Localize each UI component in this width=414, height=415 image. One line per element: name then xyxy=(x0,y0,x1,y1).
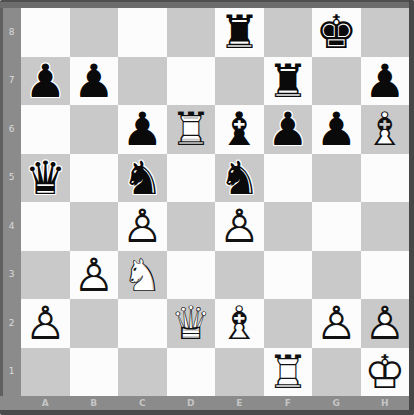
file-label-d: D xyxy=(167,396,216,410)
square-g6[interactable]: ♟ xyxy=(312,105,361,154)
square-f8[interactable] xyxy=(264,8,313,57)
square-g7[interactable] xyxy=(312,57,361,106)
square-d1[interactable] xyxy=(167,348,216,397)
piece-black-king: ♚ xyxy=(312,8,361,57)
square-g4[interactable] xyxy=(312,202,361,251)
file-label-h: H xyxy=(361,396,410,410)
piece-white-pawn: ♟♙ xyxy=(361,299,410,348)
piece-black-pawn: ♟ xyxy=(70,57,119,106)
square-b4[interactable] xyxy=(70,202,119,251)
square-h7[interactable]: ♟ xyxy=(361,57,410,106)
piece-white-rook: ♜♖ xyxy=(264,348,313,397)
file-labels-strip: ABCDEFGH xyxy=(0,396,409,410)
piece-white-pawn: ♟♙ xyxy=(215,202,264,251)
square-c1[interactable] xyxy=(118,348,167,397)
rank-label-3: 3 xyxy=(0,251,21,300)
square-d8[interactable] xyxy=(167,8,216,57)
rank-label-2: 2 xyxy=(0,299,21,348)
square-e3[interactable] xyxy=(215,251,264,300)
square-a4[interactable] xyxy=(21,202,70,251)
rank-label-4: 4 xyxy=(0,202,21,251)
rank-label-8: 8 xyxy=(0,8,21,57)
square-h1[interactable]: ♚♔ xyxy=(361,348,410,397)
square-h2[interactable]: ♟♙ xyxy=(361,299,410,348)
square-a5[interactable]: ♛ xyxy=(21,154,70,203)
square-e4[interactable]: ♟♙ xyxy=(215,202,264,251)
square-h3[interactable] xyxy=(361,251,410,300)
square-d7[interactable] xyxy=(167,57,216,106)
piece-black-pawn: ♟ xyxy=(361,57,410,106)
board-frame-bottom xyxy=(0,410,414,415)
square-b3[interactable]: ♟♙ xyxy=(70,251,119,300)
square-a8[interactable] xyxy=(21,8,70,57)
square-e5[interactable]: ♞ xyxy=(215,154,264,203)
file-label-b: B xyxy=(70,396,119,410)
square-f6[interactable]: ♟ xyxy=(264,105,313,154)
piece-black-pawn: ♟ xyxy=(118,105,167,154)
square-g3[interactable] xyxy=(312,251,361,300)
file-label-e: E xyxy=(215,396,264,410)
square-b8[interactable] xyxy=(70,8,119,57)
square-d6[interactable]: ♜♖ xyxy=(167,105,216,154)
file-label-a: A xyxy=(21,396,70,410)
board-frame-right xyxy=(409,0,414,415)
square-c3[interactable]: ♞♘ xyxy=(118,251,167,300)
square-e1[interactable] xyxy=(215,348,264,397)
rank-label-7: 7 xyxy=(0,57,21,106)
square-c2[interactable] xyxy=(118,299,167,348)
piece-white-pawn: ♟♙ xyxy=(70,251,119,300)
square-a2[interactable]: ♟♙ xyxy=(21,299,70,348)
chess-board-diagram: 87654321 ♜♚♟♟♜♟♟♜♖♝♟♟♝♗♛♞♞♟♙♟♙♟♙♞♘♟♙♛♕♝♗… xyxy=(0,0,414,415)
piece-white-rook: ♜♖ xyxy=(167,105,216,154)
square-f4[interactable] xyxy=(264,202,313,251)
board-frame-top xyxy=(0,0,414,8)
piece-white-pawn: ♟♙ xyxy=(21,299,70,348)
square-g5[interactable] xyxy=(312,154,361,203)
file-label-g: G xyxy=(312,396,361,410)
square-c5[interactable]: ♞ xyxy=(118,154,167,203)
piece-black-pawn: ♟ xyxy=(264,105,313,154)
rank-label-1: 1 xyxy=(0,348,21,397)
piece-white-bishop: ♝♗ xyxy=(215,299,264,348)
piece-black-pawn: ♟ xyxy=(21,57,70,106)
square-b1[interactable] xyxy=(70,348,119,397)
square-f5[interactable] xyxy=(264,154,313,203)
square-a7[interactable]: ♟ xyxy=(21,57,70,106)
square-a3[interactable] xyxy=(21,251,70,300)
chess-board: ♜♚♟♟♜♟♟♜♖♝♟♟♝♗♛♞♞♟♙♟♙♟♙♞♘♟♙♛♕♝♗♟♙♟♙♜♖♚♔ xyxy=(21,8,409,396)
piece-black-knight: ♞ xyxy=(215,154,264,203)
square-f7[interactable]: ♜ xyxy=(264,57,313,106)
piece-white-queen: ♛♕ xyxy=(167,299,216,348)
piece-black-queen: ♛ xyxy=(21,154,70,203)
square-c7[interactable] xyxy=(118,57,167,106)
square-b2[interactable] xyxy=(70,299,119,348)
piece-white-pawn: ♟♙ xyxy=(118,202,167,251)
file-label-c: C xyxy=(118,396,167,410)
square-c4[interactable]: ♟♙ xyxy=(118,202,167,251)
piece-black-rook: ♜ xyxy=(215,8,264,57)
piece-black-rook: ♜ xyxy=(264,57,313,106)
square-h6[interactable]: ♝♗ xyxy=(361,105,410,154)
rank-label-5: 5 xyxy=(0,154,21,203)
square-h4[interactable] xyxy=(361,202,410,251)
square-a6[interactable] xyxy=(21,105,70,154)
square-h5[interactable] xyxy=(361,154,410,203)
square-e2[interactable]: ♝♗ xyxy=(215,299,264,348)
piece-black-bishop: ♝ xyxy=(215,105,264,154)
square-h8[interactable] xyxy=(361,8,410,57)
square-b5[interactable] xyxy=(70,154,119,203)
piece-white-king: ♚♔ xyxy=(361,348,410,397)
piece-black-pawn: ♟ xyxy=(312,105,361,154)
piece-white-bishop: ♝♗ xyxy=(361,105,410,154)
square-g2[interactable]: ♟♙ xyxy=(312,299,361,348)
rank-label-6: 6 xyxy=(0,105,21,154)
square-e8[interactable]: ♜ xyxy=(215,8,264,57)
square-d2[interactable]: ♛♕ xyxy=(167,299,216,348)
square-f2[interactable] xyxy=(264,299,313,348)
square-d4[interactable] xyxy=(167,202,216,251)
square-e7[interactable] xyxy=(215,57,264,106)
square-d3[interactable] xyxy=(167,251,216,300)
square-e6[interactable]: ♝ xyxy=(215,105,264,154)
piece-white-pawn: ♟♙ xyxy=(312,299,361,348)
square-f3[interactable] xyxy=(264,251,313,300)
piece-black-knight: ♞ xyxy=(118,154,167,203)
rank-labels-strip: 87654321 xyxy=(0,8,21,396)
square-g8[interactable]: ♚ xyxy=(312,8,361,57)
square-c8[interactable] xyxy=(118,8,167,57)
piece-white-knight: ♞♘ xyxy=(118,251,167,300)
square-b6[interactable] xyxy=(70,105,119,154)
square-c6[interactable]: ♟ xyxy=(118,105,167,154)
square-b7[interactable]: ♟ xyxy=(70,57,119,106)
square-d5[interactable] xyxy=(167,154,216,203)
file-label-f: F xyxy=(264,396,313,410)
square-a1[interactable] xyxy=(21,348,70,397)
square-f1[interactable]: ♜♖ xyxy=(264,348,313,397)
square-g1[interactable] xyxy=(312,348,361,397)
